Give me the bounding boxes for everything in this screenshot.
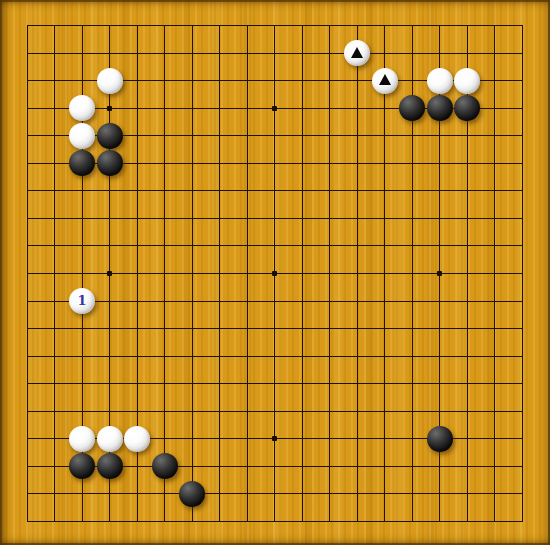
stone-black[interactable] — [97, 123, 123, 149]
grid-line-vertical — [494, 26, 495, 523]
grid-line-horizontal — [27, 53, 523, 54]
stone-white[interactable] — [372, 68, 398, 94]
stone-black[interactable] — [97, 453, 123, 479]
move-number-label: 1 — [77, 294, 86, 307]
triangle-mark — [351, 47, 363, 58]
grid-line-horizontal — [27, 301, 523, 302]
stone-black[interactable] — [97, 150, 123, 176]
stone-black[interactable] — [427, 426, 453, 452]
triangle-mark — [379, 74, 391, 85]
grid-line-horizontal — [27, 245, 523, 246]
stone-white[interactable] — [97, 426, 123, 452]
star-point — [272, 436, 277, 441]
stone-black[interactable] — [179, 481, 205, 507]
grid-line-vertical — [247, 26, 248, 523]
stone-white[interactable] — [124, 426, 150, 452]
stone-black[interactable] — [454, 95, 480, 121]
grid-line-horizontal — [27, 383, 523, 384]
stone-white[interactable]: 1 — [69, 288, 95, 314]
grid-line-horizontal — [27, 328, 523, 329]
grid-line-vertical — [27, 26, 28, 523]
stone-white[interactable] — [69, 123, 95, 149]
stone-white[interactable] — [69, 426, 95, 452]
grid-line-vertical — [329, 26, 330, 523]
grid-line-horizontal — [27, 25, 523, 26]
grid-line-horizontal — [27, 218, 523, 219]
grid-line-vertical — [384, 26, 385, 523]
star-point — [107, 271, 112, 276]
grid-line-vertical — [219, 26, 220, 523]
stone-white[interactable] — [344, 40, 370, 66]
star-point — [272, 271, 277, 276]
stone-white[interactable] — [454, 68, 480, 94]
go-board[interactable]: 1 — [0, 0, 550, 545]
grid-line-vertical — [192, 26, 193, 523]
star-point — [272, 106, 277, 111]
grid-line-vertical — [522, 26, 523, 523]
stone-black[interactable] — [427, 95, 453, 121]
grid-line-horizontal — [27, 493, 523, 494]
grid-line-horizontal — [27, 521, 523, 522]
stone-black[interactable] — [152, 453, 178, 479]
grid-line-vertical — [164, 26, 165, 523]
stone-white[interactable] — [69, 95, 95, 121]
stone-white[interactable] — [427, 68, 453, 94]
grid-line-vertical — [357, 26, 358, 523]
star-point — [437, 271, 442, 276]
grid-line-horizontal — [27, 356, 523, 357]
star-point — [107, 106, 112, 111]
grid-line-horizontal — [27, 190, 523, 191]
grid-line-vertical — [54, 26, 55, 523]
stone-white[interactable] — [97, 68, 123, 94]
stone-black[interactable] — [399, 95, 425, 121]
grid-line-vertical — [302, 26, 303, 523]
grid-line-horizontal — [27, 411, 523, 412]
